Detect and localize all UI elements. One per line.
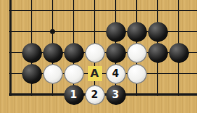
black-stone [127,22,147,42]
point-label-highlight: A [88,66,102,81]
black-stone [43,43,63,63]
star-point [50,29,55,34]
black-stone [22,43,42,63]
board-point: 1 [63,84,84,105]
board-point [63,42,84,63]
go-board-diagram: 4123A [0,0,197,113]
board-point: 3 [105,84,126,105]
move-number-label: 4 [112,69,119,79]
move-number-label: 3 [112,90,119,100]
board-point [147,42,168,63]
board-point [21,42,42,63]
white-stone [85,43,105,63]
black-stone [106,22,126,42]
board-point [126,42,147,63]
board-point [84,42,105,63]
board-point [126,21,147,42]
board-point [21,63,42,84]
board-point [126,63,147,84]
black-stone [169,43,189,63]
white-stone: 4 [106,64,126,84]
board-point [42,21,63,42]
black-stone [148,43,168,63]
white-stone [127,43,147,63]
board-point [105,21,126,42]
white-stone [64,64,84,84]
white-stone: 2 [85,85,105,105]
black-stone [22,64,42,84]
board-point [147,21,168,42]
board-point [105,42,126,63]
board-point: 2 [84,84,105,105]
board-point [63,63,84,84]
board-point: A [84,63,105,84]
board-point: 4 [105,63,126,84]
board-point [42,63,63,84]
black-stone [106,43,126,63]
white-stone [43,64,63,84]
black-stone [64,43,84,63]
white-stone [127,64,147,84]
black-stone [148,22,168,42]
black-stone: 3 [106,85,126,105]
move-number-label: 2 [91,90,98,100]
go-board-grid: 4123A [0,0,189,105]
black-stone: 1 [64,85,84,105]
board-point [42,42,63,63]
board-point [168,42,189,63]
move-number-label: 1 [70,90,77,100]
